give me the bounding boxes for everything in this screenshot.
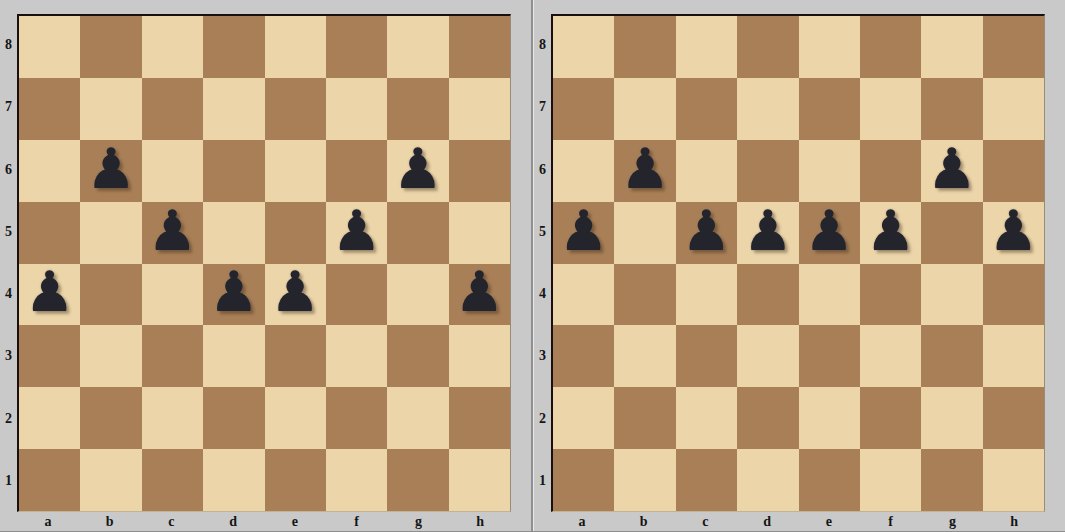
square-d2 [737,387,798,449]
square-a4 [553,264,614,326]
square-e8 [265,16,326,78]
square-d5: ♟ [737,202,798,264]
square-d2 [203,387,264,449]
file-label-e: e [798,511,860,532]
square-g2 [921,387,982,449]
square-d4: ♟ [203,264,264,326]
rank-label-3: 3 [534,325,551,387]
square-f3 [326,325,387,387]
left-board-panel: 87654321 ♟♟♟♟♟♟♟♟ abcdefgh [0,0,531,532]
square-b3 [80,325,141,387]
square-e4 [799,264,860,326]
rank-label-4: 4 [534,263,551,325]
square-c1 [142,449,203,511]
file-label-g: g [388,511,450,532]
square-f7 [860,78,921,140]
file-label-d: d [736,511,798,532]
black-pawn-c5: ♟ [147,203,197,259]
square-a3 [19,325,80,387]
square-h7 [449,78,510,140]
square-d7 [737,78,798,140]
square-e5: ♟ [799,202,860,264]
square-g6: ♟ [921,140,982,202]
left-file-labels: abcdefgh [17,511,511,532]
square-h5: ♟ [983,202,1044,264]
rank-label-4: 4 [0,263,17,325]
square-b5 [80,202,141,264]
file-label-f: f [326,511,388,532]
black-pawn-d4: ♟ [209,264,259,320]
square-f5: ♟ [860,202,921,264]
square-g1 [921,449,982,511]
right-rank-labels: 87654321 [534,14,551,512]
right-board-panel: 87654321 ♟♟♟♟♟♟♟♟ abcdefgh [534,0,1065,532]
black-pawn-a5: ♟ [559,203,609,259]
black-pawn-b6: ♟ [86,141,136,197]
square-b4 [614,264,675,326]
square-f6 [860,140,921,202]
rank-label-6: 6 [0,139,17,201]
square-h6 [449,140,510,202]
black-pawn-f5: ♟ [331,203,381,259]
square-f3 [860,325,921,387]
square-a7 [19,78,80,140]
square-a2 [19,387,80,449]
square-c7 [676,78,737,140]
file-label-h: h [449,511,511,532]
black-pawn-h4: ♟ [454,264,504,320]
file-label-b: b [613,511,675,532]
square-d4 [737,264,798,326]
square-h8 [449,16,510,78]
square-h5 [449,202,510,264]
square-c3 [676,325,737,387]
square-d3 [737,325,798,387]
square-g7 [387,78,448,140]
square-h3 [983,325,1044,387]
square-a3 [553,325,614,387]
rank-label-8: 8 [0,14,17,76]
square-e3 [799,325,860,387]
rank-label-2: 2 [0,388,17,450]
square-d8 [737,16,798,78]
left-board: ♟♟♟♟♟♟♟♟ [17,14,511,512]
square-h8 [983,16,1044,78]
square-c7 [142,78,203,140]
square-b2 [80,387,141,449]
file-label-a: a [17,511,79,532]
right-file-labels: abcdefgh [551,511,1045,532]
square-a1 [553,449,614,511]
square-h1 [983,449,1044,511]
square-b7 [614,78,675,140]
square-b7 [80,78,141,140]
square-d5 [203,202,264,264]
square-e7 [265,78,326,140]
square-f7 [326,78,387,140]
square-g4 [387,264,448,326]
file-label-c: c [141,511,203,532]
square-e1 [265,449,326,511]
black-pawn-e5: ♟ [804,203,854,259]
square-b2 [614,387,675,449]
square-c4 [142,264,203,326]
square-f1 [860,449,921,511]
black-pawn-a4: ♟ [25,264,75,320]
square-g6: ♟ [387,140,448,202]
square-g3 [387,325,448,387]
square-f8 [326,16,387,78]
square-f4 [326,264,387,326]
file-label-d: d [202,511,264,532]
square-h4: ♟ [449,264,510,326]
square-e5 [265,202,326,264]
black-pawn-g6: ♟ [393,141,443,197]
square-e1 [799,449,860,511]
square-c4 [676,264,737,326]
square-h2 [449,387,510,449]
rank-label-7: 7 [0,76,17,138]
square-h6 [983,140,1044,202]
left-rank-labels: 87654321 [0,14,17,512]
square-a5 [19,202,80,264]
square-g4 [921,264,982,326]
square-b6: ♟ [614,140,675,202]
square-b4 [80,264,141,326]
square-e8 [799,16,860,78]
file-label-f: f [860,511,922,532]
file-label-g: g [922,511,984,532]
square-g8 [921,16,982,78]
rank-label-5: 5 [534,201,551,263]
square-h2 [983,387,1044,449]
rank-label-8: 8 [534,14,551,76]
rank-label-5: 5 [0,201,17,263]
square-c3 [142,325,203,387]
square-e7 [799,78,860,140]
square-a4: ♟ [19,264,80,326]
square-f2 [860,387,921,449]
square-c2 [142,387,203,449]
square-f2 [326,387,387,449]
square-a8 [19,16,80,78]
square-d1 [203,449,264,511]
square-b1 [614,449,675,511]
square-h4 [983,264,1044,326]
square-c6 [676,140,737,202]
rank-label-3: 3 [0,325,17,387]
square-b8 [80,16,141,78]
square-f5: ♟ [326,202,387,264]
black-pawn-f5: ♟ [865,203,915,259]
square-c5: ♟ [142,202,203,264]
square-f8 [860,16,921,78]
square-e3 [265,325,326,387]
square-g8 [387,16,448,78]
square-a2 [553,387,614,449]
square-d1 [737,449,798,511]
square-b6: ♟ [80,140,141,202]
rank-label-1: 1 [534,450,551,512]
square-f4 [860,264,921,326]
square-a1 [19,449,80,511]
square-h3 [449,325,510,387]
square-c8 [142,16,203,78]
square-c8 [676,16,737,78]
black-pawn-e4: ♟ [270,264,320,320]
square-c2 [676,387,737,449]
square-d6 [737,140,798,202]
square-c6 [142,140,203,202]
square-c1 [676,449,737,511]
square-g5 [387,202,448,264]
square-g2 [387,387,448,449]
diagram-root: 87654321 ♟♟♟♟♟♟♟♟ abcdefgh 87654321 ♟♟♟♟… [0,0,1065,532]
rank-label-7: 7 [534,76,551,138]
square-h7 [983,78,1044,140]
square-d6 [203,140,264,202]
square-e2 [799,387,860,449]
square-e6 [265,140,326,202]
rank-label-1: 1 [0,450,17,512]
square-h1 [449,449,510,511]
square-g7 [921,78,982,140]
rank-label-2: 2 [534,388,551,450]
square-b3 [614,325,675,387]
square-b5 [614,202,675,264]
square-a6 [19,140,80,202]
square-g3 [921,325,982,387]
square-b1 [80,449,141,511]
square-f6 [326,140,387,202]
square-g1 [387,449,448,511]
square-d7 [203,78,264,140]
file-label-a: a [551,511,613,532]
square-e2 [265,387,326,449]
square-b8 [614,16,675,78]
black-pawn-d5: ♟ [743,203,793,259]
file-label-h: h [983,511,1045,532]
square-a7 [553,78,614,140]
square-a5: ♟ [553,202,614,264]
black-pawn-h5: ♟ [988,203,1038,259]
square-d3 [203,325,264,387]
file-label-b: b [79,511,141,532]
square-c5: ♟ [676,202,737,264]
file-label-e: e [264,511,326,532]
square-g5 [921,202,982,264]
file-label-c: c [675,511,737,532]
rank-label-6: 6 [534,139,551,201]
black-pawn-c5: ♟ [681,203,731,259]
square-d8 [203,16,264,78]
black-pawn-g6: ♟ [927,141,977,197]
right-board: ♟♟♟♟♟♟♟♟ [551,14,1045,512]
square-a6 [553,140,614,202]
square-e4: ♟ [265,264,326,326]
square-e6 [799,140,860,202]
square-a8 [553,16,614,78]
square-f1 [326,449,387,511]
black-pawn-b6: ♟ [620,141,670,197]
